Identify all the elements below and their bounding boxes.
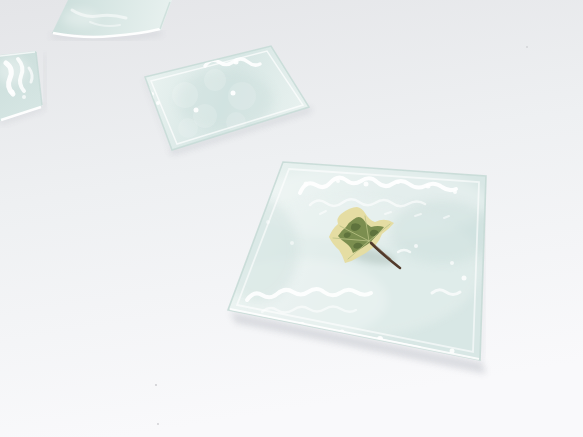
photo-canvas <box>0 0 583 437</box>
plate-top-left-corner <box>52 0 172 37</box>
glass-plates-photo <box>0 0 583 437</box>
